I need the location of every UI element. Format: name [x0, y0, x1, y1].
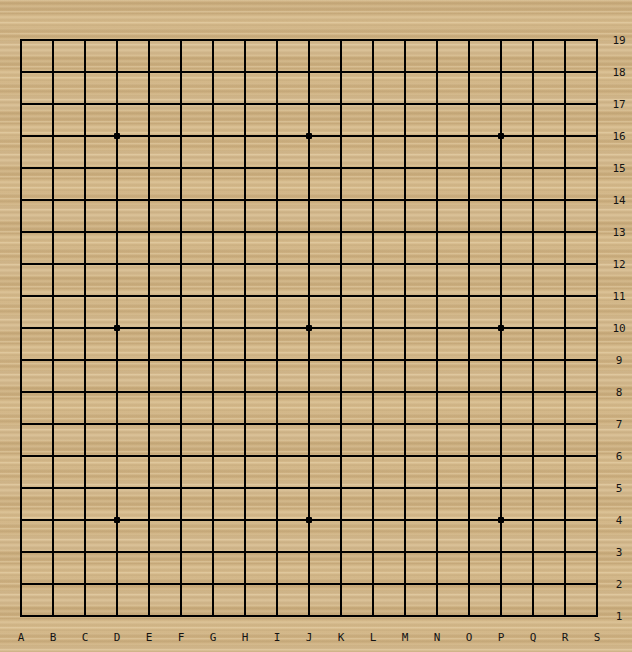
intersection-k18[interactable]	[332, 63, 350, 81]
intersection-l12[interactable]	[364, 255, 382, 273]
intersection-e4[interactable]	[140, 511, 158, 529]
intersection-q4[interactable]	[524, 511, 542, 529]
intersection-a12[interactable]	[12, 255, 30, 273]
intersection-p4[interactable]	[492, 511, 510, 529]
intersection-j19[interactable]	[300, 31, 318, 49]
intersection-n10[interactable]	[428, 319, 446, 337]
intersection-s19[interactable]	[588, 31, 606, 49]
intersection-s11[interactable]	[588, 287, 606, 305]
intersection-i5[interactable]	[268, 479, 286, 497]
intersection-b3[interactable]	[44, 543, 62, 561]
intersection-s18[interactable]	[588, 63, 606, 81]
intersection-k12[interactable]	[332, 255, 350, 273]
intersection-l2[interactable]	[364, 575, 382, 593]
intersection-n7[interactable]	[428, 415, 446, 433]
intersection-j11[interactable]	[300, 287, 318, 305]
intersection-g5[interactable]	[204, 479, 222, 497]
intersection-e9[interactable]	[140, 351, 158, 369]
intersection-q19[interactable]	[524, 31, 542, 49]
intersection-d15[interactable]	[108, 159, 126, 177]
intersection-c11[interactable]	[76, 287, 94, 305]
intersection-d5[interactable]	[108, 479, 126, 497]
intersection-q11[interactable]	[524, 287, 542, 305]
intersection-q16[interactable]	[524, 127, 542, 145]
intersection-n11[interactable]	[428, 287, 446, 305]
intersection-g12[interactable]	[204, 255, 222, 273]
intersection-a14[interactable]	[12, 191, 30, 209]
intersection-f7[interactable]	[172, 415, 190, 433]
intersection-r3[interactable]	[556, 543, 574, 561]
intersection-f3[interactable]	[172, 543, 190, 561]
intersection-m17[interactable]	[396, 95, 414, 113]
intersection-g11[interactable]	[204, 287, 222, 305]
intersection-s16[interactable]	[588, 127, 606, 145]
intersection-g4[interactable]	[204, 511, 222, 529]
intersection-r16[interactable]	[556, 127, 574, 145]
intersection-s2[interactable]	[588, 575, 606, 593]
intersection-o4[interactable]	[460, 511, 478, 529]
intersection-k6[interactable]	[332, 447, 350, 465]
intersection-d8[interactable]	[108, 383, 126, 401]
intersection-p3[interactable]	[492, 543, 510, 561]
intersection-d2[interactable]	[108, 575, 126, 593]
intersection-q12[interactable]	[524, 255, 542, 273]
intersection-h13[interactable]	[236, 223, 254, 241]
intersection-e5[interactable]	[140, 479, 158, 497]
intersection-j2[interactable]	[300, 575, 318, 593]
intersection-p12[interactable]	[492, 255, 510, 273]
intersection-s12[interactable]	[588, 255, 606, 273]
intersection-r17[interactable]	[556, 95, 574, 113]
intersection-s6[interactable]	[588, 447, 606, 465]
intersection-j10[interactable]	[300, 319, 318, 337]
intersection-l8[interactable]	[364, 383, 382, 401]
intersection-f2[interactable]	[172, 575, 190, 593]
intersection-j12[interactable]	[300, 255, 318, 273]
intersection-r5[interactable]	[556, 479, 574, 497]
intersection-c16[interactable]	[76, 127, 94, 145]
intersection-g16[interactable]	[204, 127, 222, 145]
intersection-o14[interactable]	[460, 191, 478, 209]
intersection-k16[interactable]	[332, 127, 350, 145]
intersection-f5[interactable]	[172, 479, 190, 497]
intersection-f15[interactable]	[172, 159, 190, 177]
intersection-e17[interactable]	[140, 95, 158, 113]
intersection-m15[interactable]	[396, 159, 414, 177]
intersection-m7[interactable]	[396, 415, 414, 433]
intersection-b19[interactable]	[44, 31, 62, 49]
intersection-h7[interactable]	[236, 415, 254, 433]
intersection-k19[interactable]	[332, 31, 350, 49]
intersection-a17[interactable]	[12, 95, 30, 113]
intersection-r18[interactable]	[556, 63, 574, 81]
intersection-c6[interactable]	[76, 447, 94, 465]
intersection-m8[interactable]	[396, 383, 414, 401]
intersection-d12[interactable]	[108, 255, 126, 273]
intersection-o7[interactable]	[460, 415, 478, 433]
intersection-i1[interactable]	[268, 607, 286, 625]
intersection-r2[interactable]	[556, 575, 574, 593]
intersection-e7[interactable]	[140, 415, 158, 433]
intersection-i8[interactable]	[268, 383, 286, 401]
intersection-d11[interactable]	[108, 287, 126, 305]
intersection-m9[interactable]	[396, 351, 414, 369]
intersection-r11[interactable]	[556, 287, 574, 305]
intersection-h15[interactable]	[236, 159, 254, 177]
intersection-j15[interactable]	[300, 159, 318, 177]
intersection-p1[interactable]	[492, 607, 510, 625]
intersection-e16[interactable]	[140, 127, 158, 145]
intersection-s9[interactable]	[588, 351, 606, 369]
intersection-m1[interactable]	[396, 607, 414, 625]
intersection-i13[interactable]	[268, 223, 286, 241]
intersection-f6[interactable]	[172, 447, 190, 465]
intersection-k17[interactable]	[332, 95, 350, 113]
intersection-e12[interactable]	[140, 255, 158, 273]
intersection-r6[interactable]	[556, 447, 574, 465]
intersection-a8[interactable]	[12, 383, 30, 401]
intersection-i19[interactable]	[268, 31, 286, 49]
intersection-s4[interactable]	[588, 511, 606, 529]
intersection-o13[interactable]	[460, 223, 478, 241]
intersection-n17[interactable]	[428, 95, 446, 113]
intersection-f9[interactable]	[172, 351, 190, 369]
intersection-h14[interactable]	[236, 191, 254, 209]
intersection-g1[interactable]	[204, 607, 222, 625]
intersection-b17[interactable]	[44, 95, 62, 113]
intersection-o16[interactable]	[460, 127, 478, 145]
intersection-q8[interactable]	[524, 383, 542, 401]
intersection-p7[interactable]	[492, 415, 510, 433]
intersection-m10[interactable]	[396, 319, 414, 337]
intersection-k4[interactable]	[332, 511, 350, 529]
intersection-j16[interactable]	[300, 127, 318, 145]
intersection-q18[interactable]	[524, 63, 542, 81]
intersection-d17[interactable]	[108, 95, 126, 113]
intersection-b8[interactable]	[44, 383, 62, 401]
intersection-m13[interactable]	[396, 223, 414, 241]
intersection-c13[interactable]	[76, 223, 94, 241]
intersection-h12[interactable]	[236, 255, 254, 273]
intersection-a19[interactable]	[12, 31, 30, 49]
intersection-b11[interactable]	[44, 287, 62, 305]
intersection-g6[interactable]	[204, 447, 222, 465]
intersection-h9[interactable]	[236, 351, 254, 369]
intersection-a11[interactable]	[12, 287, 30, 305]
intersection-e10[interactable]	[140, 319, 158, 337]
intersection-n13[interactable]	[428, 223, 446, 241]
intersection-f13[interactable]	[172, 223, 190, 241]
intersection-i12[interactable]	[268, 255, 286, 273]
intersection-e18[interactable]	[140, 63, 158, 81]
intersection-p8[interactable]	[492, 383, 510, 401]
intersection-j1[interactable]	[300, 607, 318, 625]
intersection-c4[interactable]	[76, 511, 94, 529]
intersection-c10[interactable]	[76, 319, 94, 337]
intersection-s8[interactable]	[588, 383, 606, 401]
intersection-r19[interactable]	[556, 31, 574, 49]
intersection-d19[interactable]	[108, 31, 126, 49]
intersection-g8[interactable]	[204, 383, 222, 401]
intersection-n12[interactable]	[428, 255, 446, 273]
intersection-a13[interactable]	[12, 223, 30, 241]
intersection-c18[interactable]	[76, 63, 94, 81]
intersection-n9[interactable]	[428, 351, 446, 369]
intersection-p15[interactable]	[492, 159, 510, 177]
intersection-o8[interactable]	[460, 383, 478, 401]
intersection-f19[interactable]	[172, 31, 190, 49]
intersection-l10[interactable]	[364, 319, 382, 337]
intersection-r13[interactable]	[556, 223, 574, 241]
intersection-l13[interactable]	[364, 223, 382, 241]
intersection-b12[interactable]	[44, 255, 62, 273]
intersection-q10[interactable]	[524, 319, 542, 337]
intersection-m3[interactable]	[396, 543, 414, 561]
intersection-q5[interactable]	[524, 479, 542, 497]
intersection-q3[interactable]	[524, 543, 542, 561]
intersection-h11[interactable]	[236, 287, 254, 305]
intersection-p5[interactable]	[492, 479, 510, 497]
intersection-q2[interactable]	[524, 575, 542, 593]
intersection-q6[interactable]	[524, 447, 542, 465]
intersection-m6[interactable]	[396, 447, 414, 465]
intersection-r1[interactable]	[556, 607, 574, 625]
intersection-r10[interactable]	[556, 319, 574, 337]
intersection-a7[interactable]	[12, 415, 30, 433]
intersection-i18[interactable]	[268, 63, 286, 81]
intersection-h5[interactable]	[236, 479, 254, 497]
intersection-h8[interactable]	[236, 383, 254, 401]
intersection-e2[interactable]	[140, 575, 158, 593]
intersection-e15[interactable]	[140, 159, 158, 177]
intersection-h18[interactable]	[236, 63, 254, 81]
intersection-g19[interactable]	[204, 31, 222, 49]
intersection-l17[interactable]	[364, 95, 382, 113]
intersection-l18[interactable]	[364, 63, 382, 81]
intersection-q9[interactable]	[524, 351, 542, 369]
intersection-e8[interactable]	[140, 383, 158, 401]
intersection-n1[interactable]	[428, 607, 446, 625]
intersection-b5[interactable]	[44, 479, 62, 497]
intersection-d6[interactable]	[108, 447, 126, 465]
intersection-c9[interactable]	[76, 351, 94, 369]
intersection-j4[interactable]	[300, 511, 318, 529]
intersection-c3[interactable]	[76, 543, 94, 561]
intersection-e1[interactable]	[140, 607, 158, 625]
intersection-l3[interactable]	[364, 543, 382, 561]
intersection-r4[interactable]	[556, 511, 574, 529]
intersection-k13[interactable]	[332, 223, 350, 241]
intersection-s17[interactable]	[588, 95, 606, 113]
intersection-h2[interactable]	[236, 575, 254, 593]
intersection-i4[interactable]	[268, 511, 286, 529]
intersection-l6[interactable]	[364, 447, 382, 465]
intersection-a4[interactable]	[12, 511, 30, 529]
intersection-b16[interactable]	[44, 127, 62, 145]
intersection-d9[interactable]	[108, 351, 126, 369]
intersection-k8[interactable]	[332, 383, 350, 401]
intersection-o17[interactable]	[460, 95, 478, 113]
intersection-p18[interactable]	[492, 63, 510, 81]
intersection-g3[interactable]	[204, 543, 222, 561]
intersection-m18[interactable]	[396, 63, 414, 81]
intersection-j3[interactable]	[300, 543, 318, 561]
intersection-d10[interactable]	[108, 319, 126, 337]
intersection-d14[interactable]	[108, 191, 126, 209]
intersection-l19[interactable]	[364, 31, 382, 49]
intersection-b18[interactable]	[44, 63, 62, 81]
intersection-r9[interactable]	[556, 351, 574, 369]
intersection-h10[interactable]	[236, 319, 254, 337]
intersection-g7[interactable]	[204, 415, 222, 433]
intersection-e19[interactable]	[140, 31, 158, 49]
intersection-m14[interactable]	[396, 191, 414, 209]
intersection-g15[interactable]	[204, 159, 222, 177]
intersection-m12[interactable]	[396, 255, 414, 273]
intersection-g14[interactable]	[204, 191, 222, 209]
intersection-m5[interactable]	[396, 479, 414, 497]
intersection-f10[interactable]	[172, 319, 190, 337]
intersection-h4[interactable]	[236, 511, 254, 529]
intersection-k10[interactable]	[332, 319, 350, 337]
intersection-o12[interactable]	[460, 255, 478, 273]
intersection-k14[interactable]	[332, 191, 350, 209]
intersection-q1[interactable]	[524, 607, 542, 625]
intersection-l7[interactable]	[364, 415, 382, 433]
intersection-h6[interactable]	[236, 447, 254, 465]
intersection-l16[interactable]	[364, 127, 382, 145]
intersection-a9[interactable]	[12, 351, 30, 369]
intersection-m4[interactable]	[396, 511, 414, 529]
intersection-a1[interactable]	[12, 607, 30, 625]
intersection-k15[interactable]	[332, 159, 350, 177]
intersection-h19[interactable]	[236, 31, 254, 49]
intersection-k9[interactable]	[332, 351, 350, 369]
intersection-c14[interactable]	[76, 191, 94, 209]
intersection-d1[interactable]	[108, 607, 126, 625]
intersection-q14[interactable]	[524, 191, 542, 209]
intersection-i17[interactable]	[268, 95, 286, 113]
intersection-o15[interactable]	[460, 159, 478, 177]
intersection-n3[interactable]	[428, 543, 446, 561]
intersection-j14[interactable]	[300, 191, 318, 209]
intersection-d18[interactable]	[108, 63, 126, 81]
intersection-p2[interactable]	[492, 575, 510, 593]
intersection-g10[interactable]	[204, 319, 222, 337]
intersection-r8[interactable]	[556, 383, 574, 401]
intersection-a16[interactable]	[12, 127, 30, 145]
intersection-c15[interactable]	[76, 159, 94, 177]
intersection-p17[interactable]	[492, 95, 510, 113]
intersection-b7[interactable]	[44, 415, 62, 433]
intersection-c19[interactable]	[76, 31, 94, 49]
intersection-p11[interactable]	[492, 287, 510, 305]
intersection-a2[interactable]	[12, 575, 30, 593]
intersection-h17[interactable]	[236, 95, 254, 113]
intersection-f1[interactable]	[172, 607, 190, 625]
intersection-i2[interactable]	[268, 575, 286, 593]
intersection-o6[interactable]	[460, 447, 478, 465]
intersection-c12[interactable]	[76, 255, 94, 273]
intersection-e3[interactable]	[140, 543, 158, 561]
intersection-c1[interactable]	[76, 607, 94, 625]
intersection-p10[interactable]	[492, 319, 510, 337]
intersection-q17[interactable]	[524, 95, 542, 113]
intersection-i16[interactable]	[268, 127, 286, 145]
intersection-e14[interactable]	[140, 191, 158, 209]
intersection-o18[interactable]	[460, 63, 478, 81]
intersection-n4[interactable]	[428, 511, 446, 529]
intersection-q13[interactable]	[524, 223, 542, 241]
intersection-k5[interactable]	[332, 479, 350, 497]
intersection-b13[interactable]	[44, 223, 62, 241]
intersection-m16[interactable]	[396, 127, 414, 145]
intersection-n18[interactable]	[428, 63, 446, 81]
intersection-s10[interactable]	[588, 319, 606, 337]
intersection-r12[interactable]	[556, 255, 574, 273]
intersection-a3[interactable]	[12, 543, 30, 561]
intersection-o19[interactable]	[460, 31, 478, 49]
intersection-f17[interactable]	[172, 95, 190, 113]
intersection-d16[interactable]	[108, 127, 126, 145]
intersection-p16[interactable]	[492, 127, 510, 145]
intersection-i9[interactable]	[268, 351, 286, 369]
intersection-a6[interactable]	[12, 447, 30, 465]
intersection-b15[interactable]	[44, 159, 62, 177]
intersection-n5[interactable]	[428, 479, 446, 497]
intersection-i7[interactable]	[268, 415, 286, 433]
intersection-j7[interactable]	[300, 415, 318, 433]
intersection-g9[interactable]	[204, 351, 222, 369]
intersection-l14[interactable]	[364, 191, 382, 209]
intersection-f12[interactable]	[172, 255, 190, 273]
intersection-c17[interactable]	[76, 95, 94, 113]
intersection-g13[interactable]	[204, 223, 222, 241]
intersection-h16[interactable]	[236, 127, 254, 145]
intersection-d4[interactable]	[108, 511, 126, 529]
intersection-j13[interactable]	[300, 223, 318, 241]
intersection-b1[interactable]	[44, 607, 62, 625]
intersection-q15[interactable]	[524, 159, 542, 177]
intersection-h3[interactable]	[236, 543, 254, 561]
intersection-d3[interactable]	[108, 543, 126, 561]
intersection-r15[interactable]	[556, 159, 574, 177]
intersection-i6[interactable]	[268, 447, 286, 465]
intersection-e13[interactable]	[140, 223, 158, 241]
intersection-j18[interactable]	[300, 63, 318, 81]
intersection-n15[interactable]	[428, 159, 446, 177]
intersection-a5[interactable]	[12, 479, 30, 497]
intersection-q7[interactable]	[524, 415, 542, 433]
intersection-p9[interactable]	[492, 351, 510, 369]
intersection-l15[interactable]	[364, 159, 382, 177]
intersection-b14[interactable]	[44, 191, 62, 209]
intersection-s1[interactable]	[588, 607, 606, 625]
intersection-o3[interactable]	[460, 543, 478, 561]
intersection-n2[interactable]	[428, 575, 446, 593]
intersection-o2[interactable]	[460, 575, 478, 593]
intersection-f11[interactable]	[172, 287, 190, 305]
intersection-p6[interactable]	[492, 447, 510, 465]
intersection-b2[interactable]	[44, 575, 62, 593]
intersection-l4[interactable]	[364, 511, 382, 529]
intersection-s5[interactable]	[588, 479, 606, 497]
intersection-m2[interactable]	[396, 575, 414, 593]
intersection-b4[interactable]	[44, 511, 62, 529]
intersection-f8[interactable]	[172, 383, 190, 401]
intersection-k1[interactable]	[332, 607, 350, 625]
intersection-d13[interactable]	[108, 223, 126, 241]
